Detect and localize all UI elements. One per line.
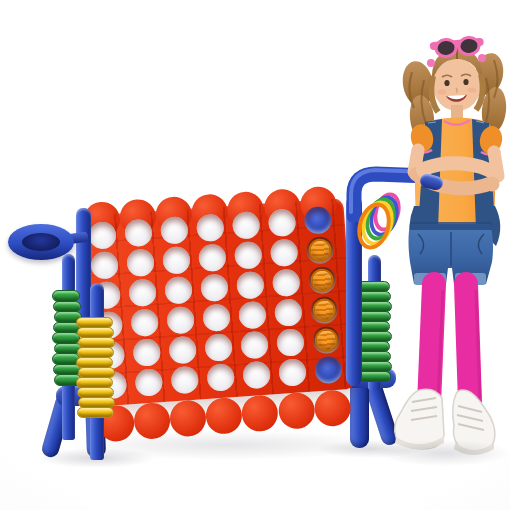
board-hole [195, 213, 224, 242]
board-hole [269, 238, 298, 267]
board-hole [206, 363, 235, 392]
board-hole [309, 295, 338, 324]
board-cell-r5-c2 [127, 336, 165, 368]
board-hole [278, 358, 307, 387]
board-hole [303, 205, 332, 234]
board-hole [90, 250, 119, 279]
board-cell-r3-c3 [159, 274, 197, 306]
board-hole [305, 235, 334, 264]
board-cell-r2-c3 [157, 244, 195, 276]
orange-disc [314, 327, 339, 352]
board-hole [204, 333, 233, 362]
board-cell-r1-c7 [298, 204, 336, 236]
board-scallop-bottom [277, 392, 315, 430]
denim-shorts [409, 222, 494, 285]
board-hole [202, 303, 231, 332]
board-cell-r1-c5 [227, 209, 265, 241]
board-hole [88, 221, 117, 250]
board-hole [130, 308, 159, 337]
board-hole [273, 298, 302, 327]
board-hole [231, 210, 260, 239]
legs-pink-tights [429, 284, 480, 404]
board-cell-r4-c3 [161, 303, 199, 335]
board-hole [267, 208, 296, 237]
board-hole [164, 275, 193, 304]
board-cell-r1-c4 [191, 211, 229, 243]
board-hole [311, 325, 340, 354]
board-cell-r1-c3 [155, 214, 193, 246]
orange-disc [311, 297, 336, 322]
board-hole [313, 355, 342, 384]
board-scallop-bottom [241, 394, 279, 432]
board-cell-r3-c5 [231, 269, 269, 301]
yellow-ring [77, 407, 114, 418]
board-hole [132, 338, 161, 367]
board-cell-r3-c4 [195, 271, 233, 303]
board-cell-r3-c7 [303, 263, 341, 295]
orange-disc [309, 267, 334, 292]
board-hole [168, 335, 197, 364]
board-hole [166, 305, 195, 334]
yellow-ring [76, 317, 113, 328]
board-scallop-bottom [169, 399, 207, 437]
board-cell-r4-c4 [197, 301, 235, 333]
board-hole [134, 368, 163, 397]
board-cell-r4-c6 [269, 296, 307, 328]
board-hole [237, 300, 266, 329]
board-hole [161, 245, 190, 274]
board-cell-r6-c7 [309, 353, 347, 385]
board-cell-r6-c5 [237, 358, 275, 390]
orange-disc [307, 238, 332, 263]
board-cell-r5-c3 [163, 333, 201, 365]
board-cell-r6-c2 [129, 366, 167, 398]
board-hole [126, 248, 155, 277]
girl-illustration [368, 22, 510, 466]
board-hole [159, 215, 188, 244]
board-hole [275, 328, 304, 357]
board-hole [197, 243, 226, 272]
board-hole [170, 365, 199, 394]
board-hole [128, 278, 157, 307]
board-cell-r6-c3 [165, 363, 203, 395]
board-hole [242, 360, 271, 389]
board-hole [271, 268, 300, 297]
board-cell-r5-c4 [199, 331, 237, 363]
board-hole [199, 273, 228, 302]
product-photo-scene [0, 0, 510, 510]
board-cell-r2-c2 [121, 246, 159, 278]
ring-stack-yellow-left [77, 318, 114, 418]
board-cell-r4-c2 [125, 306, 163, 338]
board-cell-r4-c5 [233, 298, 271, 330]
board-hole [307, 265, 336, 294]
board-scallop-bottom [313, 389, 351, 427]
board-cell-r2-c5 [229, 239, 267, 271]
board-cell-r3-c6 [267, 266, 305, 298]
board-cell-r5-c7 [307, 323, 345, 355]
board-cell-r6-c4 [201, 361, 239, 393]
yellow-ring [76, 377, 113, 388]
hoop-opening [22, 233, 60, 251]
yellow-ring [78, 337, 115, 348]
board-cell-r5-c5 [235, 328, 273, 360]
board-hole [233, 240, 262, 269]
board-cell-r2-c6 [265, 236, 303, 268]
board-hole [240, 330, 269, 359]
board-cell-r3-c2 [123, 276, 161, 308]
yellow-ring [78, 397, 115, 408]
board-hole [123, 218, 152, 247]
board-grid [83, 204, 347, 401]
board-scallop-bottom [205, 397, 243, 435]
hair-tie-right [478, 54, 486, 62]
board-cell-r2-c7 [301, 234, 339, 266]
board-hole [235, 270, 264, 299]
board-cell-r1-c2 [119, 216, 157, 248]
board-cell-r6-c6 [273, 356, 311, 388]
board-scallop-bottom [133, 402, 171, 440]
connect-four-board [79, 185, 358, 421]
board-cell-r1-c6 [263, 206, 301, 238]
board-cell-r5-c6 [271, 326, 309, 358]
face [433, 59, 481, 111]
board-cell-r2-c4 [193, 241, 231, 273]
green-ring [52, 290, 80, 302]
board-cell-r4-c7 [305, 293, 343, 325]
hair-tie-left [427, 59, 435, 67]
